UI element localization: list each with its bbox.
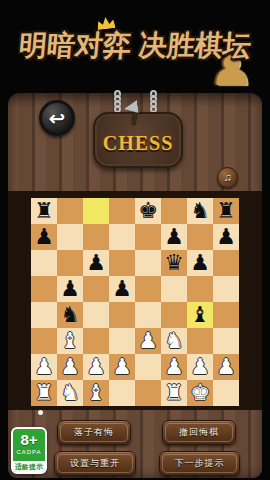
square-h5[interactable] — [213, 276, 239, 302]
square-g4[interactable]: ♝ — [187, 302, 213, 328]
square-c1[interactable]: ♝ — [83, 380, 109, 406]
banner: ♟ 明暗对弈 决胜棋坛 — [0, 0, 270, 93]
age-rating-org: CADPA — [16, 448, 41, 456]
white-pawn: ♟ — [112, 354, 132, 380]
age-rating-caption: 适龄提示 — [13, 461, 45, 472]
square-e5[interactable] — [135, 276, 161, 302]
square-a4[interactable] — [31, 302, 57, 328]
square-c4[interactable] — [83, 302, 109, 328]
square-f6[interactable]: ♛ — [161, 250, 187, 276]
square-e4[interactable] — [135, 302, 161, 328]
black-pawn: ♟ — [112, 276, 132, 302]
square-b6[interactable] — [57, 250, 83, 276]
square-d1[interactable] — [109, 380, 135, 406]
banner-title: 明暗对弈 决胜棋坛 — [0, 27, 270, 65]
square-d2[interactable]: ♟ — [109, 354, 135, 380]
square-b1[interactable]: ♞ — [57, 380, 83, 406]
square-e3[interactable]: ♟ — [135, 328, 161, 354]
settings-restart-label: 设置与重开 — [70, 457, 120, 470]
square-c5[interactable] — [83, 276, 109, 302]
square-h1[interactable] — [213, 380, 239, 406]
square-c3[interactable] — [83, 328, 109, 354]
crown-icon — [96, 16, 115, 30]
takeback-button[interactable]: 撤回悔棋 — [162, 420, 236, 445]
white-pawn: ♟ — [190, 354, 210, 380]
square-d4[interactable] — [109, 302, 135, 328]
square-a3[interactable] — [31, 328, 57, 354]
regret-toggle-button[interactable]: 落子有悔 — [57, 420, 131, 445]
age-rating-number: 8+ — [20, 431, 37, 448]
black-king: ♚ — [138, 198, 158, 224]
black-knight: ♞ — [60, 302, 80, 328]
square-b2[interactable]: ♟ — [57, 354, 83, 380]
white-king: ♚ — [190, 380, 210, 406]
music-note-icon: ♫ — [223, 172, 231, 183]
square-b8[interactable] — [57, 198, 83, 224]
square-b7[interactable] — [57, 224, 83, 250]
white-pawn: ♟ — [86, 354, 106, 380]
chess-board: ♜♚♞♜♟♟♟♟♛♟♟♟♞♝♝♟♞♟♟♟♟♟♟♟♜♞♝♜♚ — [31, 198, 239, 406]
black-pawn: ♟ — [60, 276, 80, 302]
square-b4[interactable]: ♞ — [57, 302, 83, 328]
square-a5[interactable] — [31, 276, 57, 302]
square-e1[interactable] — [135, 380, 161, 406]
square-h4[interactable] — [213, 302, 239, 328]
white-knight: ♞ — [164, 328, 184, 354]
black-pawn: ♟ — [216, 224, 236, 250]
square-a8[interactable]: ♜ — [31, 198, 57, 224]
hint-label: 下一步提示 — [175, 457, 225, 470]
square-d3[interactable] — [109, 328, 135, 354]
square-g7[interactable] — [187, 224, 213, 250]
white-pawn: ♟ — [164, 354, 184, 380]
square-a2[interactable]: ♟ — [31, 354, 57, 380]
square-g1[interactable]: ♚ — [187, 380, 213, 406]
square-a1[interactable]: ♜ — [31, 380, 57, 406]
square-f2[interactable]: ♟ — [161, 354, 187, 380]
regret-toggle-label: 落子有悔 — [74, 426, 114, 439]
app-screen: ♟ 明暗对弈 决胜棋坛 CHESS ↩ ♫ ♜♚♞♜♟♟♟♟♛♟♟♟♞♝♝♟♞♟… — [0, 0, 270, 480]
square-f8[interactable] — [161, 198, 187, 224]
back-arrow-icon: ↩ — [49, 109, 65, 128]
square-h6[interactable] — [213, 250, 239, 276]
chess-sign: CHESS — [93, 112, 183, 168]
black-pawn: ♟ — [34, 224, 54, 250]
square-f3[interactable]: ♞ — [161, 328, 187, 354]
square-h7[interactable]: ♟ — [213, 224, 239, 250]
black-pawn: ♟ — [190, 250, 210, 276]
white-rook: ♜ — [34, 380, 54, 406]
square-b3[interactable]: ♝ — [57, 328, 83, 354]
black-rook: ♜ — [34, 198, 54, 224]
square-e7[interactable] — [135, 224, 161, 250]
board-mat: ♜♚♞♜♟♟♟♟♛♟♟♟♞♝♝♟♞♟♟♟♟♟♟♟♜♞♝♜♚ — [8, 191, 262, 410]
white-pawn: ♟ — [138, 328, 158, 354]
square-f7[interactable]: ♟ — [161, 224, 187, 250]
square-d8[interactable] — [109, 198, 135, 224]
square-h2[interactable]: ♟ — [213, 354, 239, 380]
square-f1[interactable]: ♜ — [161, 380, 187, 406]
square-a7[interactable]: ♟ — [31, 224, 57, 250]
white-knight: ♞ — [60, 380, 80, 406]
square-g5[interactable] — [187, 276, 213, 302]
square-g6[interactable]: ♟ — [187, 250, 213, 276]
square-f5[interactable] — [161, 276, 187, 302]
music-button[interactable]: ♫ — [217, 167, 238, 188]
square-c6[interactable]: ♟ — [83, 250, 109, 276]
square-b5[interactable]: ♟ — [57, 276, 83, 302]
square-c8[interactable] — [83, 198, 109, 224]
square-g3[interactable] — [187, 328, 213, 354]
back-button[interactable]: ↩ — [39, 100, 75, 136]
white-bishop: ♝ — [86, 380, 106, 406]
square-a6[interactable] — [31, 250, 57, 276]
takeback-label: 撤回悔棋 — [179, 426, 219, 439]
chain-left-icon — [113, 93, 121, 113]
white-pawn: ♟ — [216, 354, 236, 380]
square-e6[interactable] — [135, 250, 161, 276]
black-rook: ♜ — [216, 198, 236, 224]
age-rating-badge: 8+ CADPA 适龄提示 — [11, 427, 47, 474]
square-h3[interactable] — [213, 328, 239, 354]
black-knight: ♞ — [190, 198, 210, 224]
bullet-dot — [38, 410, 43, 415]
square-f4[interactable] — [161, 302, 187, 328]
hint-button[interactable]: 下一步提示 — [159, 451, 240, 476]
black-bishop: ♝ — [190, 302, 210, 328]
square-c2[interactable]: ♟ — [83, 354, 109, 380]
square-d5[interactable]: ♟ — [109, 276, 135, 302]
square-g2[interactable]: ♟ — [187, 354, 213, 380]
square-c7[interactable] — [83, 224, 109, 250]
black-pawn: ♟ — [164, 224, 184, 250]
black-pawn: ♟ — [86, 250, 106, 276]
black-queen: ♛ — [164, 250, 184, 276]
chess-sign-label: CHESS — [103, 132, 174, 155]
white-bishop: ♝ — [60, 328, 80, 354]
white-pawn: ♟ — [60, 354, 80, 380]
chain-right-icon — [149, 93, 157, 113]
white-rook: ♜ — [164, 380, 184, 406]
square-e2[interactable] — [135, 354, 161, 380]
white-pawn: ♟ — [34, 354, 54, 380]
settings-restart-button[interactable]: 设置与重开 — [54, 451, 136, 476]
square-e8[interactable]: ♚ — [135, 198, 161, 224]
square-g8[interactable]: ♞ — [187, 198, 213, 224]
square-h8[interactable]: ♜ — [213, 198, 239, 224]
square-d6[interactable] — [109, 250, 135, 276]
square-d7[interactable] — [109, 224, 135, 250]
